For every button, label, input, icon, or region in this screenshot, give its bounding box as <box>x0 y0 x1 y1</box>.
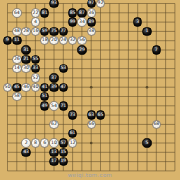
stone-black-89[interactable]: 89 <box>87 17 96 26</box>
stone-black-7[interactable]: 7 <box>152 45 161 54</box>
stone-black-13[interactable]: 13 <box>49 148 58 157</box>
stone-white-64[interactable]: 64 <box>12 8 21 17</box>
stone-white-52[interactable]: 52 <box>31 73 40 82</box>
stone-black-93[interactable]: 93 <box>49 0 58 8</box>
stone-white-46[interactable]: 46 <box>21 83 30 92</box>
stone-black-97[interactable]: 97 <box>87 0 96 8</box>
stone-white-30[interactable]: 30 <box>21 64 30 73</box>
stone-black-41[interactable]: 41 <box>40 83 49 92</box>
stone-white-34[interactable]: 34 <box>77 17 86 26</box>
stone-white-16[interactable]: 16 <box>31 27 40 36</box>
stone-black-11[interactable]: 11 <box>12 36 21 45</box>
stone-black-21[interactable]: 21 <box>21 55 30 64</box>
stone-black-49[interactable]: 49 <box>40 101 49 110</box>
stone-white-26[interactable]: 26 <box>12 55 21 64</box>
stone-black-55[interactable]: 55 <box>31 55 40 64</box>
stone-black-31[interactable]: 31 <box>21 45 30 54</box>
stone-black-77[interactable]: 77 <box>59 27 68 36</box>
stone-white-8[interactable]: 8 <box>31 138 40 147</box>
stone-black-29[interactable]: 29 <box>77 45 86 54</box>
stone-white-12[interactable]: 12 <box>68 138 77 147</box>
go-board: 9397926422818587364993489348281659757738… <box>0 0 180 180</box>
stone-black-81[interactable]: 81 <box>40 8 49 17</box>
stone-white-10[interactable]: 10 <box>49 138 58 147</box>
stone-black-61[interactable]: 61 <box>68 129 77 138</box>
stone-white-20[interactable]: 20 <box>49 36 58 45</box>
stone-black-9[interactable]: 9 <box>3 36 12 45</box>
watermark-text: weiqi.tom.com <box>0 172 180 178</box>
stone-white-40[interactable]: 40 <box>31 83 40 92</box>
stone-black-1[interactable]: 1 <box>142 27 151 36</box>
stone-black-39[interactable]: 39 <box>49 83 58 92</box>
stone-white-4[interactable]: 4 <box>31 17 40 26</box>
stone-black-3[interactable]: 3 <box>133 17 142 26</box>
stone-white-62[interactable]: 62 <box>49 120 58 129</box>
stone-black-57[interactable]: 57 <box>59 138 68 147</box>
stone-black-33[interactable]: 33 <box>31 64 40 73</box>
stone-black-85[interactable]: 85 <box>68 8 77 17</box>
stone-black-87[interactable]: 87 <box>77 8 86 17</box>
stone-white-28[interactable]: 28 <box>21 27 30 36</box>
stone-black-47[interactable]: 47 <box>59 83 68 92</box>
stone-black-37[interactable]: 37 <box>49 73 58 82</box>
stone-black-53[interactable]: 53 <box>59 64 68 73</box>
stone-white-48[interactable]: 48 <box>12 27 21 36</box>
stone-black-75[interactable]: 75 <box>49 27 58 36</box>
stone-black-73[interactable]: 73 <box>68 110 77 119</box>
stone-black-5[interactable]: 5 <box>142 138 151 147</box>
stone-white-14[interactable]: 14 <box>12 64 21 73</box>
stone-black-43[interactable]: 43 <box>21 148 30 157</box>
stone-black-59[interactable]: 59 <box>40 27 49 36</box>
stone-white-50[interactable]: 50 <box>3 83 12 92</box>
stone-white-22[interactable]: 22 <box>31 8 40 17</box>
stone-white-58[interactable]: 58 <box>12 92 21 101</box>
stone-black-15[interactable]: 15 <box>59 148 68 157</box>
stone-white-2[interactable]: 2 <box>21 138 30 147</box>
stone-black-71[interactable]: 71 <box>59 101 68 110</box>
stone-white-18[interactable]: 18 <box>40 36 49 45</box>
stone-black-19[interactable]: 19 <box>59 157 68 166</box>
stone-white-6[interactable]: 6 <box>40 138 49 147</box>
stone-white-68[interactable]: 68 <box>152 120 161 129</box>
stone-white-92[interactable]: 92 <box>96 0 105 8</box>
stone-black-63[interactable]: 63 <box>87 110 96 119</box>
stone-white-32[interactable]: 32 <box>68 36 77 45</box>
stone-white-56[interactable]: 56 <box>77 36 86 45</box>
stone-layer[interactable]: 9397926422818587364993489348281659757738… <box>0 0 180 180</box>
stone-black-51[interactable]: 51 <box>40 92 49 101</box>
stone-white-66[interactable]: 66 <box>87 120 96 129</box>
stone-white-54[interactable]: 54 <box>49 101 58 110</box>
stone-white-24[interactable]: 24 <box>59 36 68 45</box>
stone-black-99[interactable]: 99 <box>68 17 77 26</box>
stone-black-45[interactable]: 45 <box>12 83 21 92</box>
stone-white-38[interactable]: 38 <box>87 27 96 36</box>
stone-black-17[interactable]: 17 <box>49 157 58 166</box>
stone-white-36[interactable]: 36 <box>87 8 96 17</box>
stone-black-65[interactable]: 65 <box>96 110 105 119</box>
